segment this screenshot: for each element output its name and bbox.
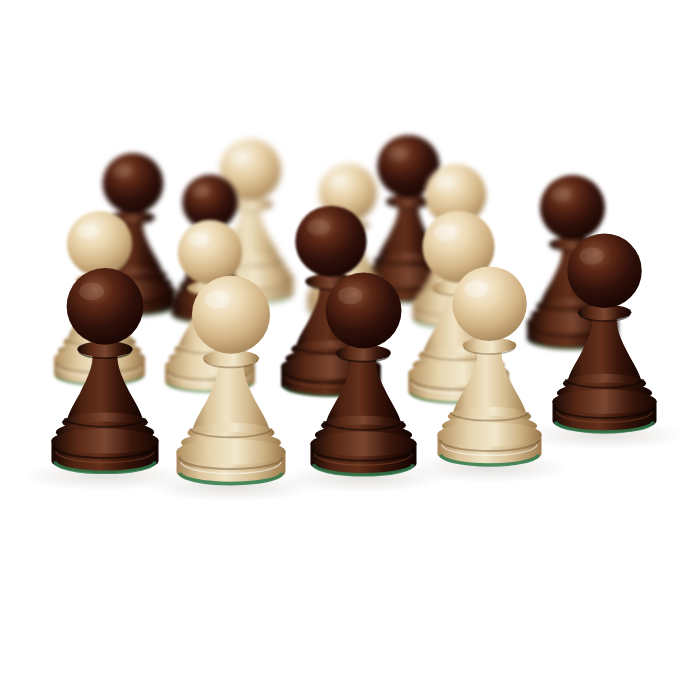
- pawn-dark: [548, 230, 661, 438]
- pawn-dark: [47, 264, 163, 479]
- pawn-light: [433, 263, 546, 471]
- pawn-light: [172, 272, 290, 490]
- chess-pawns-photo: [0, 0, 700, 700]
- pawns-layer: [0, 0, 700, 700]
- pawn-dark: [306, 269, 421, 481]
